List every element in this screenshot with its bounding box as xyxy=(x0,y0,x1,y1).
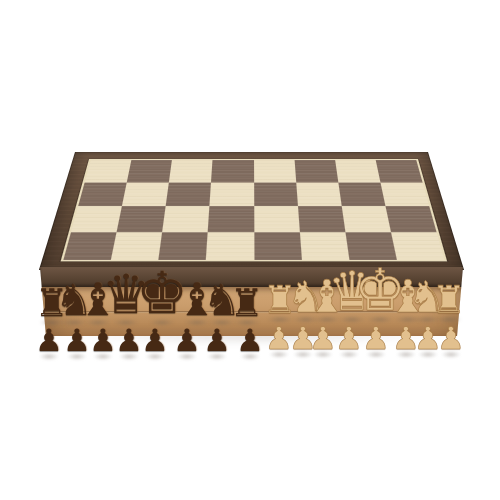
dark-pawn: ♟ xyxy=(63,325,91,356)
light-pawn: ♟ xyxy=(335,323,363,354)
light-pawn: ♟ xyxy=(309,323,337,354)
light-pawn: ♟ xyxy=(437,323,465,354)
light-pawn: ♟ xyxy=(362,323,390,354)
dark-pawn: ♟ xyxy=(141,325,169,356)
pieces-layer: ♜♞♝♛♚♝♞♜♟♟♟♟♟♟♟♟♜♞♝♛♚♝♞♜♟♟♟♟♟♟♟♟ xyxy=(0,0,500,500)
light-rook: ♜ xyxy=(432,281,466,319)
dark-pawn: ♟ xyxy=(236,325,264,356)
dark-rook: ♜ xyxy=(230,284,264,322)
product-photo-scene: ♜♞♝♛♚♝♞♜♟♟♟♟♟♟♟♟♜♞♝♛♚♝♞♜♟♟♟♟♟♟♟♟ xyxy=(0,0,500,500)
dark-pawn: ♟ xyxy=(89,325,117,356)
dark-pawn: ♟ xyxy=(203,325,231,356)
dark-pawn: ♟ xyxy=(115,325,143,356)
dark-pawn: ♟ xyxy=(173,325,201,356)
dark-pawn: ♟ xyxy=(35,325,63,356)
